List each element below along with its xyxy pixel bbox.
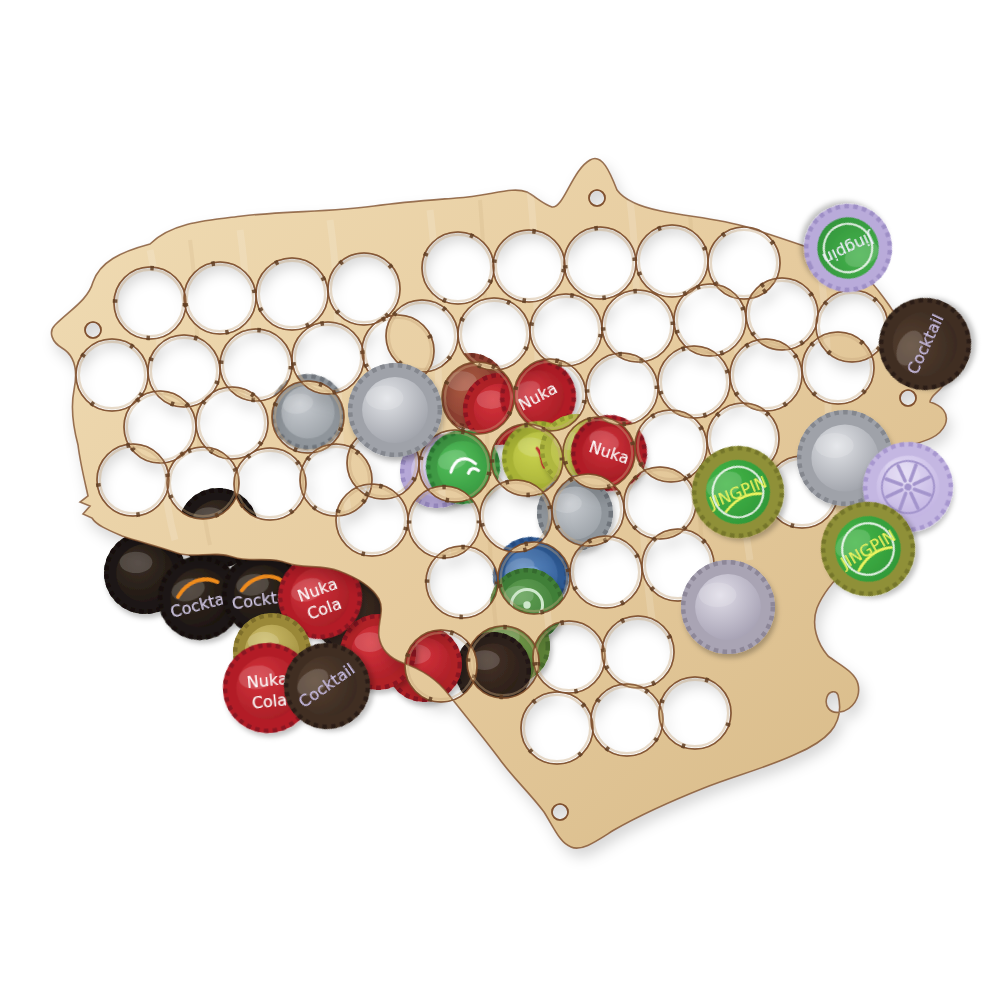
cap-top [362, 377, 428, 443]
product-photo-bottle-cap-map: NukaNukaCocktailCocktailNukaColaNukaCola… [0, 0, 1000, 1000]
cap-label: Cola [251, 690, 288, 713]
cap-highlight [366, 386, 404, 410]
cap-highlight [699, 583, 737, 607]
cap-highlight [120, 552, 153, 573]
cap-top [695, 574, 761, 640]
cap-highlight [815, 433, 853, 458]
ring-motif-dot [523, 601, 530, 608]
bottle-cap-silver [348, 363, 442, 457]
bottle-cap-map-illustration: NukaNukaCocktailCocktailNukaColaNukaCola… [0, 0, 1000, 1000]
bottle-cap-silverlav [681, 560, 775, 654]
